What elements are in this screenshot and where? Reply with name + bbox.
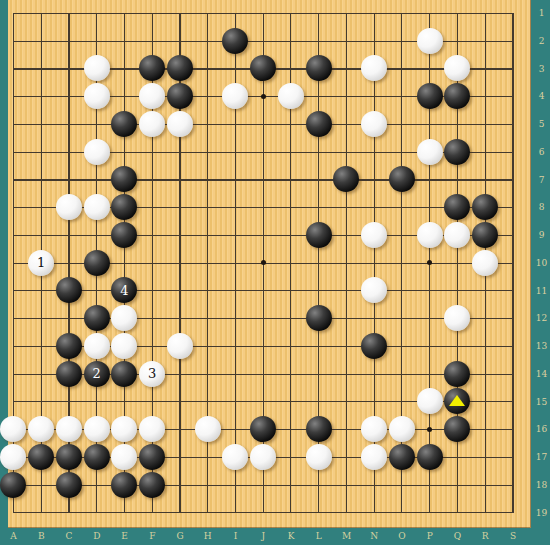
black-stone-Q14 bbox=[444, 361, 470, 387]
black-stone-E14 bbox=[111, 361, 137, 387]
white-stone-D4 bbox=[84, 83, 110, 109]
board-intersection-R9 bbox=[471, 221, 499, 249]
board-intersection-E17 bbox=[111, 443, 139, 471]
row-label-14: 14 bbox=[533, 369, 550, 379]
board-intersection-R8 bbox=[471, 193, 499, 221]
white-stone-A16 bbox=[0, 416, 26, 442]
board-intersection-Q9 bbox=[444, 221, 472, 249]
white-stone-E13 bbox=[111, 333, 137, 359]
white-stone-D13 bbox=[84, 333, 110, 359]
row-label-12: 12 bbox=[533, 313, 550, 323]
board-intersection-O16 bbox=[388, 415, 416, 443]
black-stone-L16 bbox=[306, 416, 332, 442]
board-intersection-E7 bbox=[111, 166, 139, 194]
board-intersection-L9 bbox=[305, 221, 333, 249]
board-intersection-D3 bbox=[83, 55, 111, 83]
board-intersection-P17 bbox=[416, 443, 444, 471]
board-intersection-C18 bbox=[55, 471, 83, 499]
white-stone-B16 bbox=[28, 416, 54, 442]
white-stone-D6 bbox=[84, 139, 110, 165]
white-stone-N3 bbox=[361, 55, 387, 81]
board-intersection-C16 bbox=[55, 415, 83, 443]
black-stone-E8 bbox=[111, 194, 137, 220]
white-stone-N9 bbox=[361, 222, 387, 248]
black-stone-O7 bbox=[389, 166, 415, 192]
board-intersection-A18 bbox=[0, 471, 27, 499]
board-intersection-P9 bbox=[416, 221, 444, 249]
white-stone-L17 bbox=[306, 444, 332, 470]
board-intersection-F16 bbox=[138, 415, 166, 443]
black-stone-L12 bbox=[306, 305, 332, 331]
black-stone-D12 bbox=[84, 305, 110, 331]
white-stone-D16 bbox=[84, 416, 110, 442]
black-stone-D14: 2 bbox=[84, 361, 110, 387]
black-stone-C17 bbox=[56, 444, 82, 470]
black-stone-P17 bbox=[417, 444, 443, 470]
white-stone-N11 bbox=[361, 277, 387, 303]
column-label-N: N bbox=[370, 531, 378, 541]
row-label-19: 19 bbox=[533, 508, 550, 518]
column-label-A: A bbox=[10, 531, 17, 541]
board-intersection-D10 bbox=[83, 249, 111, 277]
row-label-3: 3 bbox=[533, 64, 550, 74]
white-stone-O16 bbox=[389, 416, 415, 442]
black-stone-C14 bbox=[56, 361, 82, 387]
black-stone-Q8 bbox=[444, 194, 470, 220]
row-label-1: 1 bbox=[533, 8, 550, 18]
last-move-triangle-marker-icon bbox=[449, 395, 465, 406]
white-stone-E16 bbox=[111, 416, 137, 442]
black-stone-E5 bbox=[111, 111, 137, 137]
white-stone-F16 bbox=[139, 416, 165, 442]
board-intersection-P2 bbox=[416, 27, 444, 55]
black-stone-Q16 bbox=[444, 416, 470, 442]
column-label-M: M bbox=[342, 531, 351, 541]
move-number-label-1: 1 bbox=[28, 250, 54, 276]
row-label-18: 18 bbox=[533, 480, 550, 490]
black-stone-G3 bbox=[167, 55, 193, 81]
board-intersection-A17 bbox=[0, 443, 27, 471]
board-intersection-Q16 bbox=[444, 415, 472, 443]
black-stone-Q4 bbox=[444, 83, 470, 109]
row-label-16: 16 bbox=[533, 424, 550, 434]
row-label-10: 10 bbox=[533, 258, 550, 268]
column-label-E: E bbox=[121, 531, 128, 541]
row-label-11: 11 bbox=[533, 286, 550, 296]
board-intersection-N11 bbox=[360, 277, 388, 305]
column-label-K: K bbox=[288, 531, 295, 541]
board-intersection-L16 bbox=[305, 415, 333, 443]
board-intersection-E16 bbox=[111, 415, 139, 443]
board-intersection-Q3 bbox=[444, 55, 472, 83]
board-intersection-Q14 bbox=[444, 360, 472, 388]
board-intersection-Q4 bbox=[444, 82, 472, 110]
row-label-7: 7 bbox=[533, 175, 550, 185]
board-intersection-J17 bbox=[249, 443, 277, 471]
board-intersection-L17 bbox=[305, 443, 333, 471]
white-stone-I17 bbox=[222, 444, 248, 470]
white-stone-D3 bbox=[84, 55, 110, 81]
board-intersection-I17 bbox=[222, 443, 250, 471]
board-intersection-F17 bbox=[138, 443, 166, 471]
black-stone-E7 bbox=[111, 166, 137, 192]
white-stone-B10: 1 bbox=[28, 250, 54, 276]
board-intersection-A16 bbox=[0, 415, 27, 443]
board-intersection-C8 bbox=[55, 193, 83, 221]
board-intersection-D6 bbox=[83, 138, 111, 166]
board-intersection-Q8 bbox=[444, 193, 472, 221]
move-number-label-3: 3 bbox=[139, 361, 165, 387]
board-intersection-N16 bbox=[360, 415, 388, 443]
board-intersection-E8 bbox=[111, 193, 139, 221]
board-intersection-P4 bbox=[416, 82, 444, 110]
column-label-S: S bbox=[510, 531, 516, 541]
black-stone-A18 bbox=[0, 472, 26, 498]
board-intersection-O7 bbox=[388, 166, 416, 194]
white-stone-P9 bbox=[417, 222, 443, 248]
black-stone-F3 bbox=[139, 55, 165, 81]
board-intersection-I4 bbox=[222, 82, 250, 110]
black-stone-Q6 bbox=[444, 139, 470, 165]
white-stone-P2 bbox=[417, 28, 443, 54]
row-label-15: 15 bbox=[533, 397, 550, 407]
black-stone-J16 bbox=[250, 416, 276, 442]
board-intersection-C11 bbox=[55, 277, 83, 305]
black-stone-D17 bbox=[84, 444, 110, 470]
board-intersection-B10: 1 bbox=[27, 249, 55, 277]
black-stone-C13 bbox=[56, 333, 82, 359]
board-intersection-G13 bbox=[166, 332, 194, 360]
black-stone-R8 bbox=[472, 194, 498, 220]
column-label-I: I bbox=[234, 531, 238, 541]
black-stone-G4 bbox=[167, 83, 193, 109]
white-stone-P6 bbox=[417, 139, 443, 165]
white-stone-A17 bbox=[0, 444, 26, 470]
column-label-L: L bbox=[316, 531, 322, 541]
black-stone-L5 bbox=[306, 111, 332, 137]
board-intersection-M7 bbox=[333, 166, 361, 194]
black-stone-M7 bbox=[333, 166, 359, 192]
board-intersection-G5 bbox=[166, 110, 194, 138]
column-label-P: P bbox=[427, 531, 433, 541]
board-intersection-P15 bbox=[416, 388, 444, 416]
board-intersection-C14 bbox=[55, 360, 83, 388]
board-intersection-L3 bbox=[305, 55, 333, 83]
white-stone-G5 bbox=[167, 111, 193, 137]
board-intersection-C17 bbox=[55, 443, 83, 471]
board-intersection-E14 bbox=[111, 360, 139, 388]
row-label-8: 8 bbox=[533, 202, 550, 212]
column-label-H: H bbox=[204, 531, 212, 541]
board-intersection-E13 bbox=[111, 332, 139, 360]
column-label-O: O bbox=[398, 531, 405, 541]
column-label-F: F bbox=[149, 531, 155, 541]
black-stone-C11 bbox=[56, 277, 82, 303]
row-label-13: 13 bbox=[533, 341, 550, 351]
column-label-C: C bbox=[66, 531, 73, 541]
board-intersection-N5 bbox=[360, 110, 388, 138]
black-stone-E9 bbox=[111, 222, 137, 248]
black-stone-C18 bbox=[56, 472, 82, 498]
board-intersection-C13 bbox=[55, 332, 83, 360]
board-intersection-O17 bbox=[388, 443, 416, 471]
black-stone-L9 bbox=[306, 222, 332, 248]
board-intersection-F18 bbox=[138, 471, 166, 499]
board-intersection-N3 bbox=[360, 55, 388, 83]
board-intersection-H16 bbox=[194, 415, 222, 443]
board-intersection-Q15 bbox=[444, 388, 472, 416]
board-intersection-D14: 2 bbox=[83, 360, 111, 388]
white-stone-E12 bbox=[111, 305, 137, 331]
board-intersection-E18 bbox=[111, 471, 139, 499]
stones-layer: 1423 bbox=[0, 0, 527, 526]
column-label-G: G bbox=[176, 531, 183, 541]
board-intersection-N13 bbox=[360, 332, 388, 360]
white-stone-N16 bbox=[361, 416, 387, 442]
column-label-Q: Q bbox=[454, 531, 461, 541]
black-stone-E18 bbox=[111, 472, 137, 498]
black-stone-L3 bbox=[306, 55, 332, 81]
board-intersection-F4 bbox=[138, 82, 166, 110]
black-stone-F17 bbox=[139, 444, 165, 470]
white-stone-P15 bbox=[417, 388, 443, 414]
white-stone-Q3 bbox=[444, 55, 470, 81]
white-stone-R10 bbox=[472, 250, 498, 276]
board-intersection-D12 bbox=[83, 304, 111, 332]
board-intersection-G4 bbox=[166, 82, 194, 110]
board-intersection-D8 bbox=[83, 193, 111, 221]
board-intersection-D4 bbox=[83, 82, 111, 110]
white-stone-D8 bbox=[84, 194, 110, 220]
black-stone-P4 bbox=[417, 83, 443, 109]
move-number-label-4: 4 bbox=[111, 277, 137, 303]
board-intersection-Q6 bbox=[444, 138, 472, 166]
move-number-label-2: 2 bbox=[84, 361, 110, 387]
board-intersection-D17 bbox=[83, 443, 111, 471]
go-board[interactable]: 1423 bbox=[8, 0, 531, 528]
black-stone-Q15 bbox=[444, 388, 470, 414]
board-intersection-F3 bbox=[138, 55, 166, 83]
board-intersection-E9 bbox=[111, 221, 139, 249]
board-intersection-N9 bbox=[360, 221, 388, 249]
row-label-6: 6 bbox=[533, 147, 550, 157]
black-stone-I2 bbox=[222, 28, 248, 54]
black-stone-O17 bbox=[389, 444, 415, 470]
board-intersection-J3 bbox=[249, 55, 277, 83]
board-intersection-J16 bbox=[249, 415, 277, 443]
row-label-2: 2 bbox=[533, 36, 550, 46]
white-stone-I4 bbox=[222, 83, 248, 109]
board-intersection-D13 bbox=[83, 332, 111, 360]
row-label-4: 4 bbox=[533, 91, 550, 101]
white-stone-E17 bbox=[111, 444, 137, 470]
column-label-J: J bbox=[261, 531, 265, 541]
white-stone-J17 bbox=[250, 444, 276, 470]
board-intersection-L12 bbox=[305, 304, 333, 332]
board-intersection-D16 bbox=[83, 415, 111, 443]
black-stone-R9 bbox=[472, 222, 498, 248]
board-intersection-F5 bbox=[138, 110, 166, 138]
board-intersection-N17 bbox=[360, 443, 388, 471]
board-intersection-R10 bbox=[471, 249, 499, 277]
board-intersection-F14: 3 bbox=[138, 360, 166, 388]
row-label-17: 17 bbox=[533, 452, 550, 462]
white-stone-Q9 bbox=[444, 222, 470, 248]
board-intersection-B17 bbox=[27, 443, 55, 471]
board-intersection-G3 bbox=[166, 55, 194, 83]
white-stone-Q12 bbox=[444, 305, 470, 331]
black-stone-D10 bbox=[84, 250, 110, 276]
column-label-D: D bbox=[93, 531, 100, 541]
black-stone-B17 bbox=[28, 444, 54, 470]
board-intersection-E5 bbox=[111, 110, 139, 138]
row-label-9: 9 bbox=[533, 230, 550, 240]
board-intersection-E12 bbox=[111, 304, 139, 332]
white-stone-F4 bbox=[139, 83, 165, 109]
white-stone-N17 bbox=[361, 444, 387, 470]
white-stone-C16 bbox=[56, 416, 82, 442]
row-label-5: 5 bbox=[533, 119, 550, 129]
black-stone-J3 bbox=[250, 55, 276, 81]
go-app-window: 1423 ABCDEFGHIJKLMNOPQRS1234567891011121… bbox=[0, 0, 550, 545]
white-stone-C8 bbox=[56, 194, 82, 220]
column-label-B: B bbox=[38, 531, 45, 541]
black-stone-E11: 4 bbox=[111, 277, 137, 303]
white-stone-F14: 3 bbox=[139, 361, 165, 387]
board-intersection-L5 bbox=[305, 110, 333, 138]
white-stone-G13 bbox=[167, 333, 193, 359]
board-intersection-Q12 bbox=[444, 304, 472, 332]
board-intersection-B16 bbox=[27, 415, 55, 443]
board-intersection-P6 bbox=[416, 138, 444, 166]
black-stone-F18 bbox=[139, 472, 165, 498]
white-stone-H16 bbox=[195, 416, 221, 442]
board-intersection-I2 bbox=[222, 27, 250, 55]
board-intersection-E11: 4 bbox=[111, 277, 139, 305]
board-intersection-K4 bbox=[277, 82, 305, 110]
white-stone-F5 bbox=[139, 111, 165, 137]
column-label-R: R bbox=[482, 531, 489, 541]
white-stone-N5 bbox=[361, 111, 387, 137]
black-stone-N13 bbox=[361, 333, 387, 359]
white-stone-K4 bbox=[278, 83, 304, 109]
